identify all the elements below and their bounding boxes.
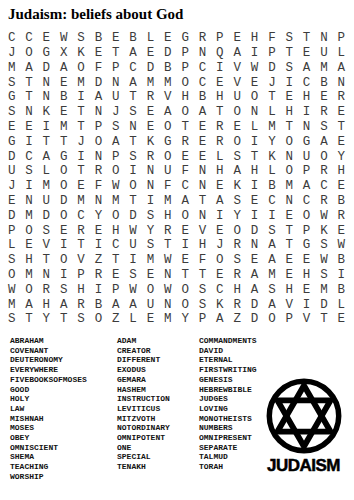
grid-cell-r2c3[interactable]: G — [38, 46, 55, 61]
grid-cell-r12c6[interactable]: N — [90, 194, 107, 209]
grid-cell-r13c1[interactable]: D — [3, 209, 20, 224]
grid-cell-r18c15[interactable]: A — [246, 283, 263, 298]
grid-cell-r7c11[interactable]: T — [177, 120, 194, 135]
grid-cell-r19c15[interactable]: D — [246, 297, 263, 312]
grid-cell-r12c20[interactable]: B — [333, 194, 350, 209]
grid-cell-r20c17[interactable]: P — [281, 312, 298, 327]
grid-cell-r8c3[interactable]: T — [38, 135, 55, 150]
grid-cell-r9c19[interactable]: O — [315, 149, 332, 164]
grid-cell-r5c15[interactable]: O — [246, 90, 263, 105]
grid-cell-r2c4[interactable]: X — [55, 46, 72, 61]
grid-cell-r5c4[interactable]: B — [55, 90, 72, 105]
grid-cell-r17c10[interactable]: N — [159, 268, 176, 283]
grid-cell-r20c9[interactable]: E — [142, 312, 159, 327]
grid-cell-r3c16[interactable]: D — [263, 61, 280, 76]
grid-cell-r3c1[interactable]: M — [3, 61, 20, 76]
grid-cell-r20c7[interactable]: Z — [107, 312, 124, 327]
grid-cell-r13c7[interactable]: O — [107, 209, 124, 224]
grid-cell-r15c13[interactable]: J — [211, 238, 228, 253]
grid-cell-r20c14[interactable]: Z — [229, 312, 246, 327]
grid-cell-r8c8[interactable]: T — [124, 135, 141, 150]
grid-cell-r20c2[interactable]: T — [20, 312, 37, 327]
grid-cell-r10c20[interactable]: H — [333, 164, 350, 179]
grid-cell-r16c11[interactable]: E — [177, 253, 194, 268]
grid-cell-r15c6[interactable]: I — [90, 238, 107, 253]
grid-cell-r1c4[interactable]: W — [55, 31, 72, 46]
grid-cell-r4c9[interactable]: M — [142, 75, 159, 90]
grid-cell-r13c17[interactable]: E — [281, 209, 298, 224]
grid-cell-r4c4[interactable]: E — [55, 75, 72, 90]
grid-cell-r3c14[interactable]: V — [229, 61, 246, 76]
grid-cell-r4c10[interactable]: M — [159, 75, 176, 90]
grid-cell-r1c11[interactable]: G — [177, 31, 194, 46]
grid-cell-r9c16[interactable]: K — [263, 149, 280, 164]
grid-cell-r6c2[interactable]: N — [20, 105, 37, 120]
grid-cell-r13c19[interactable]: W — [315, 209, 332, 224]
grid-cell-r16c19[interactable]: W — [315, 253, 332, 268]
grid-cell-r12c10[interactable]: M — [159, 194, 176, 209]
grid-cell-r10c8[interactable]: I — [124, 164, 141, 179]
grid-cell-r17c4[interactable]: I — [55, 268, 72, 283]
grid-cell-r15c11[interactable]: I — [177, 238, 194, 253]
grid-cell-r11c11[interactable]: C — [177, 179, 194, 194]
grid-cell-r13c2[interactable]: M — [20, 209, 37, 224]
grid-cell-r13c10[interactable]: H — [159, 209, 176, 224]
grid-cell-r9c8[interactable]: S — [124, 149, 141, 164]
grid-cell-r12c4[interactable]: D — [55, 194, 72, 209]
grid-cell-r1c14[interactable]: E — [229, 31, 246, 46]
grid-cell-r2c12[interactable]: N — [194, 46, 211, 61]
grid-cell-r17c13[interactable]: E — [211, 268, 228, 283]
grid-cell-r5c12[interactable]: B — [194, 90, 211, 105]
grid-cell-r14c19[interactable]: K — [315, 223, 332, 238]
grid-cell-r1c1[interactable]: C — [3, 31, 20, 46]
grid-cell-r16c5[interactable]: V — [72, 253, 89, 268]
grid-cell-r4c2[interactable]: T — [20, 75, 37, 90]
grid-cell-r1c7[interactable]: E — [107, 31, 124, 46]
grid-cell-r19c20[interactable]: L — [333, 297, 350, 312]
grid-cell-r15c9[interactable]: S — [142, 238, 159, 253]
grid-cell-r3c11[interactable]: P — [177, 61, 194, 76]
grid-cell-r18c20[interactable]: B — [333, 283, 350, 298]
grid-cell-r12c15[interactable]: E — [246, 194, 263, 209]
grid-cell-r17c20[interactable]: I — [333, 268, 350, 283]
grid-cell-r12c3[interactable]: U — [38, 194, 55, 209]
grid-cell-r8c4[interactable]: T — [55, 135, 72, 150]
grid-cell-r7c10[interactable]: O — [159, 120, 176, 135]
grid-cell-r17c17[interactable]: E — [281, 268, 298, 283]
grid-cell-r6c6[interactable]: N — [90, 105, 107, 120]
grid-cell-r7c17[interactable]: T — [281, 120, 298, 135]
grid-cell-r3c5[interactable]: O — [72, 61, 89, 76]
grid-cell-r10c10[interactable]: U — [159, 164, 176, 179]
grid-cell-r5c20[interactable]: R — [333, 90, 350, 105]
grid-cell-r5c10[interactable]: V — [159, 90, 176, 105]
grid-cell-r1c6[interactable]: B — [90, 31, 107, 46]
grid-cell-r17c14[interactable]: R — [229, 268, 246, 283]
grid-cell-r13c16[interactable]: I — [263, 209, 280, 224]
grid-cell-r1c5[interactable]: S — [72, 31, 89, 46]
grid-cell-r4c5[interactable]: M — [72, 75, 89, 90]
grid-cell-r2c9[interactable]: E — [142, 46, 159, 61]
grid-cell-r14c14[interactable]: O — [229, 223, 246, 238]
grid-cell-r16c3[interactable]: T — [38, 253, 55, 268]
grid-cell-r19c9[interactable]: U — [142, 297, 159, 312]
grid-cell-r13c4[interactable]: O — [55, 209, 72, 224]
grid-cell-r18c4[interactable]: S — [55, 283, 72, 298]
grid-cell-r18c16[interactable]: S — [263, 283, 280, 298]
grid-cell-r15c19[interactable]: S — [315, 238, 332, 253]
grid-cell-r19c5[interactable]: R — [72, 297, 89, 312]
grid-cell-r11c12[interactable]: N — [194, 179, 211, 194]
grid-cell-r10c19[interactable]: R — [315, 164, 332, 179]
grid-cell-r15c17[interactable]: T — [281, 238, 298, 253]
grid-cell-r15c10[interactable]: T — [159, 238, 176, 253]
grid-cell-r3c18[interactable]: A — [298, 61, 315, 76]
grid-cell-r6c16[interactable]: L — [263, 105, 280, 120]
grid-cell-r5c5[interactable]: I — [72, 90, 89, 105]
grid-cell-r16c13[interactable]: O — [211, 253, 228, 268]
grid-cell-r19c11[interactable]: O — [177, 297, 194, 312]
grid-cell-r15c18[interactable]: G — [298, 238, 315, 253]
grid-cell-r5c18[interactable]: H — [298, 90, 315, 105]
grid-cell-r18c5[interactable]: H — [72, 283, 89, 298]
grid-cell-r9c1[interactable]: D — [3, 149, 20, 164]
grid-cell-r7c19[interactable]: S — [315, 120, 332, 135]
grid-cell-r13c8[interactable]: D — [124, 209, 141, 224]
grid-cell-r10c3[interactable]: L — [38, 164, 55, 179]
grid-cell-r11c16[interactable]: B — [263, 179, 280, 194]
grid-cell-r4c12[interactable]: C — [194, 75, 211, 90]
grid-cell-r3c9[interactable]: D — [142, 61, 159, 76]
grid-cell-r3c13[interactable]: I — [211, 61, 228, 76]
grid-cell-r18c19[interactable]: M — [315, 283, 332, 298]
grid-cell-r13c11[interactable]: O — [177, 209, 194, 224]
grid-cell-r1c10[interactable]: E — [159, 31, 176, 46]
grid-cell-r4c15[interactable]: E — [246, 75, 263, 90]
grid-cell-r20c8[interactable]: L — [124, 312, 141, 327]
grid-cell-r6c9[interactable]: E — [142, 105, 159, 120]
grid-cell-r14c5[interactable]: R — [72, 223, 89, 238]
grid-cell-r15c4[interactable]: I — [55, 238, 72, 253]
grid-cell-r2c10[interactable]: D — [159, 46, 176, 61]
grid-cell-r17c9[interactable]: E — [142, 268, 159, 283]
grid-cell-r20c4[interactable]: T — [55, 312, 72, 327]
grid-cell-r14c11[interactable]: E — [177, 223, 194, 238]
grid-cell-r8c1[interactable]: G — [3, 135, 20, 150]
grid-cell-r5c16[interactable]: T — [263, 90, 280, 105]
grid-cell-r18c14[interactable]: H — [229, 283, 246, 298]
grid-cell-r17c2[interactable]: M — [20, 268, 37, 283]
grid-cell-r18c9[interactable]: O — [142, 283, 159, 298]
grid-cell-r14c12[interactable]: V — [194, 223, 211, 238]
grid-cell-r11c2[interactable]: I — [20, 179, 37, 194]
grid-cell-r12c19[interactable]: R — [315, 194, 332, 209]
grid-cell-r2c16[interactable]: P — [263, 46, 280, 61]
grid-cell-r5c9[interactable]: R — [142, 90, 159, 105]
grid-cell-r19c14[interactable]: R — [229, 297, 246, 312]
grid-cell-r8c14[interactable]: O — [229, 135, 246, 150]
grid-cell-r17c11[interactable]: T — [177, 268, 194, 283]
grid-cell-r4c7[interactable]: N — [107, 75, 124, 90]
grid-cell-r7c9[interactable]: E — [142, 120, 159, 135]
grid-cell-r12c16[interactable]: C — [263, 194, 280, 209]
grid-cell-r5c19[interactable]: E — [315, 90, 332, 105]
grid-cell-r7c1[interactable]: E — [3, 120, 20, 135]
grid-cell-r12c17[interactable]: N — [281, 194, 298, 209]
grid-cell-r1c12[interactable]: R — [194, 31, 211, 46]
grid-cell-r15c8[interactable]: U — [124, 238, 141, 253]
grid-cell-r13c3[interactable]: D — [38, 209, 55, 224]
grid-cell-r14c16[interactable]: S — [263, 223, 280, 238]
grid-cell-r11c7[interactable]: W — [107, 179, 124, 194]
grid-cell-r17c6[interactable]: R — [90, 268, 107, 283]
grid-cell-r16c2[interactable]: H — [20, 253, 37, 268]
grid-cell-r1c16[interactable]: F — [263, 31, 280, 46]
grid-cell-r3c3[interactable]: D — [38, 61, 55, 76]
grid-cell-r5c8[interactable]: T — [124, 90, 141, 105]
grid-cell-r15c20[interactable]: W — [333, 238, 350, 253]
grid-cell-r2c7[interactable]: T — [107, 46, 124, 61]
grid-cell-r8c12[interactable]: E — [194, 135, 211, 150]
grid-cell-r8c13[interactable]: R — [211, 135, 228, 150]
grid-cell-r18c3[interactable]: R — [38, 283, 55, 298]
grid-cell-r4c6[interactable]: D — [90, 75, 107, 90]
grid-cell-r8c10[interactable]: G — [159, 135, 176, 150]
grid-cell-r2c8[interactable]: A — [124, 46, 141, 61]
grid-cell-r6c4[interactable]: E — [55, 105, 72, 120]
grid-cell-r8c18[interactable]: G — [298, 135, 315, 150]
grid-cell-r14c20[interactable]: E — [333, 223, 350, 238]
grid-cell-r10c1[interactable]: U — [3, 164, 20, 179]
grid-cell-r9c15[interactable]: T — [246, 149, 263, 164]
grid-cell-r14c6[interactable]: E — [90, 223, 107, 238]
grid-cell-r11c6[interactable]: F — [90, 179, 107, 194]
grid-cell-r18c12[interactable]: S — [194, 283, 211, 298]
grid-cell-r17c5[interactable]: P — [72, 268, 89, 283]
grid-cell-r6c11[interactable]: O — [177, 105, 194, 120]
grid-cell-r3c19[interactable]: M — [315, 61, 332, 76]
grid-cell-r20c6[interactable]: O — [90, 312, 107, 327]
grid-cell-r7c4[interactable]: M — [55, 120, 72, 135]
grid-cell-r8c2[interactable]: I — [20, 135, 37, 150]
grid-cell-r1c9[interactable]: L — [142, 31, 159, 46]
grid-cell-r2c20[interactable]: L — [333, 46, 350, 61]
grid-cell-r12c7[interactable]: M — [107, 194, 124, 209]
grid-cell-r6c7[interactable]: J — [107, 105, 124, 120]
grid-cell-r18c8[interactable]: W — [124, 283, 141, 298]
grid-cell-r16c14[interactable]: S — [229, 253, 246, 268]
grid-cell-r8c20[interactable]: E — [333, 135, 350, 150]
grid-cell-r16c17[interactable]: E — [281, 253, 298, 268]
grid-cell-r12c14[interactable]: S — [229, 194, 246, 209]
grid-cell-r1c19[interactable]: N — [315, 31, 332, 46]
grid-cell-r17c8[interactable]: S — [124, 268, 141, 283]
grid-cell-r11c18[interactable]: A — [298, 179, 315, 194]
grid-cell-r19c10[interactable]: N — [159, 297, 176, 312]
grid-cell-r9c9[interactable]: R — [142, 149, 159, 164]
grid-cell-r13c13[interactable]: I — [211, 209, 228, 224]
grid-cell-r1c13[interactable]: P — [211, 31, 228, 46]
grid-cell-r10c2[interactable]: S — [20, 164, 37, 179]
grid-cell-r12c9[interactable]: I — [142, 194, 159, 209]
grid-cell-r2c13[interactable]: Q — [211, 46, 228, 61]
grid-cell-r9c17[interactable]: N — [281, 149, 298, 164]
grid-cell-r3c10[interactable]: B — [159, 61, 176, 76]
grid-cell-r15c16[interactable]: A — [263, 238, 280, 253]
grid-cell-r15c14[interactable]: R — [229, 238, 246, 253]
grid-cell-r16c20[interactable]: B — [333, 253, 350, 268]
grid-cell-r1c17[interactable]: S — [281, 31, 298, 46]
grid-cell-r1c3[interactable]: E — [38, 31, 55, 46]
grid-cell-r3c8[interactable]: C — [124, 61, 141, 76]
grid-cell-r5c2[interactable]: T — [20, 90, 37, 105]
grid-cell-r12c8[interactable]: T — [124, 194, 141, 209]
grid-cell-r9c4[interactable]: G — [55, 149, 72, 164]
grid-cell-r17c1[interactable]: O — [3, 268, 20, 283]
grid-cell-r6c18[interactable]: I — [298, 105, 315, 120]
grid-cell-r13c6[interactable]: Y — [90, 209, 107, 224]
grid-cell-r20c5[interactable]: S — [72, 312, 89, 327]
grid-cell-r9c11[interactable]: E — [177, 149, 194, 164]
grid-cell-r4c16[interactable]: J — [263, 75, 280, 90]
grid-cell-r7c6[interactable]: P — [90, 120, 107, 135]
grid-cell-r14c13[interactable]: E — [211, 223, 228, 238]
grid-cell-r10c13[interactable]: H — [211, 164, 228, 179]
grid-cell-r20c19[interactable]: T — [315, 312, 332, 327]
grid-cell-r9c5[interactable]: I — [72, 149, 89, 164]
grid-cell-r16c6[interactable]: Z — [90, 253, 107, 268]
grid-cell-r20c3[interactable]: Y — [38, 312, 55, 327]
grid-cell-r18c7[interactable]: P — [107, 283, 124, 298]
grid-cell-r11c10[interactable]: F — [159, 179, 176, 194]
grid-cell-r3c15[interactable]: W — [246, 61, 263, 76]
grid-cell-r2c6[interactable]: E — [90, 46, 107, 61]
grid-cell-r12c11[interactable]: A — [177, 194, 194, 209]
grid-cell-r16c4[interactable]: O — [55, 253, 72, 268]
grid-cell-r20c20[interactable]: E — [333, 312, 350, 327]
grid-cell-r9c13[interactable]: L — [211, 149, 228, 164]
grid-cell-r20c15[interactable]: D — [246, 312, 263, 327]
grid-cell-r7c8[interactable]: N — [124, 120, 141, 135]
grid-cell-r17c3[interactable]: N — [38, 268, 55, 283]
grid-cell-r14c15[interactable]: D — [246, 223, 263, 238]
grid-cell-r3c17[interactable]: S — [281, 61, 298, 76]
grid-cell-r17c7[interactable]: E — [107, 268, 124, 283]
grid-cell-r10c15[interactable]: H — [246, 164, 263, 179]
grid-cell-r10c14[interactable]: A — [229, 164, 246, 179]
grid-cell-r11c4[interactable]: O — [55, 179, 72, 194]
grid-cell-r3c2[interactable]: A — [20, 61, 37, 76]
grid-cell-r5c7[interactable]: U — [107, 90, 124, 105]
grid-cell-r16c15[interactable]: E — [246, 253, 263, 268]
grid-cell-r8c11[interactable]: R — [177, 135, 194, 150]
grid-cell-r7c16[interactable]: M — [263, 120, 280, 135]
grid-cell-r11c9[interactable]: N — [142, 179, 159, 194]
grid-cell-r11c19[interactable]: C — [315, 179, 332, 194]
grid-cell-r16c12[interactable]: F — [194, 253, 211, 268]
grid-cell-r6c5[interactable]: T — [72, 105, 89, 120]
grid-cell-r20c13[interactable]: A — [211, 312, 228, 327]
grid-cell-r17c19[interactable]: S — [315, 268, 332, 283]
grid-cell-r3c7[interactable]: P — [107, 61, 124, 76]
grid-cell-r16c10[interactable]: W — [159, 253, 176, 268]
grid-cell-r9c14[interactable]: S — [229, 149, 246, 164]
grid-cell-r14c3[interactable]: S — [38, 223, 55, 238]
grid-cell-r11c8[interactable]: O — [124, 179, 141, 194]
grid-cell-r12c2[interactable]: N — [20, 194, 37, 209]
grid-cell-r7c3[interactable]: I — [38, 120, 55, 135]
grid-cell-r18c10[interactable]: W — [159, 283, 176, 298]
grid-cell-r5c11[interactable]: H — [177, 90, 194, 105]
grid-cell-r10c9[interactable]: N — [142, 164, 159, 179]
grid-cell-r6c3[interactable]: K — [38, 105, 55, 120]
grid-cell-r12c5[interactable]: M — [72, 194, 89, 209]
grid-cell-r4c19[interactable]: B — [315, 75, 332, 90]
grid-cell-r8c16[interactable]: Y — [263, 135, 280, 150]
grid-cell-r13c14[interactable]: Y — [229, 209, 246, 224]
grid-cell-r14c7[interactable]: H — [107, 223, 124, 238]
grid-cell-r6c13[interactable]: T — [211, 105, 228, 120]
grid-cell-r12c18[interactable]: C — [298, 194, 315, 209]
grid-cell-r16c7[interactable]: T — [107, 253, 124, 268]
grid-cell-r2c11[interactable]: P — [177, 46, 194, 61]
grid-cell-r19c1[interactable]: M — [3, 297, 20, 312]
grid-cell-r7c20[interactable]: T — [333, 120, 350, 135]
grid-cell-r14c8[interactable]: W — [124, 223, 141, 238]
grid-cell-r11c3[interactable]: M — [38, 179, 55, 194]
grid-cell-r6c14[interactable]: O — [229, 105, 246, 120]
grid-cell-r4c1[interactable]: S — [3, 75, 20, 90]
grid-cell-r18c6[interactable]: I — [90, 283, 107, 298]
grid-cell-r9c18[interactable]: U — [298, 149, 315, 164]
grid-cell-r8c6[interactable]: O — [90, 135, 107, 150]
grid-cell-r14c4[interactable]: E — [55, 223, 72, 238]
grid-cell-r14c18[interactable]: P — [298, 223, 315, 238]
grid-cell-r19c6[interactable]: B — [90, 297, 107, 312]
grid-cell-r6c19[interactable]: R — [315, 105, 332, 120]
grid-cell-r10c7[interactable]: O — [107, 164, 124, 179]
grid-cell-r8c5[interactable]: J — [72, 135, 89, 150]
grid-cell-r12c13[interactable]: A — [211, 194, 228, 209]
grid-cell-r4c8[interactable]: A — [124, 75, 141, 90]
grid-cell-r7c13[interactable]: R — [211, 120, 228, 135]
grid-cell-r3c4[interactable]: A — [55, 61, 72, 76]
grid-cell-r8c9[interactable]: K — [142, 135, 159, 150]
grid-cell-r10c6[interactable]: R — [90, 164, 107, 179]
grid-cell-r18c18[interactable]: E — [298, 283, 315, 298]
grid-cell-r5c17[interactable]: E — [281, 90, 298, 105]
grid-cell-r12c12[interactable]: T — [194, 194, 211, 209]
grid-cell-r14c10[interactable]: R — [159, 223, 176, 238]
grid-cell-r9c6[interactable]: N — [90, 149, 107, 164]
grid-cell-r8c15[interactable]: I — [246, 135, 263, 150]
grid-cell-r19c4[interactable]: A — [55, 297, 72, 312]
grid-cell-r10c5[interactable]: T — [72, 164, 89, 179]
grid-cell-r6c17[interactable]: H — [281, 105, 298, 120]
grid-cell-r7c12[interactable]: E — [194, 120, 211, 135]
grid-cell-r19c13[interactable]: K — [211, 297, 228, 312]
grid-cell-r9c12[interactable]: E — [194, 149, 211, 164]
grid-cell-r13c12[interactable]: N — [194, 209, 211, 224]
grid-cell-r19c8[interactable]: A — [124, 297, 141, 312]
grid-cell-r6c10[interactable]: A — [159, 105, 176, 120]
grid-cell-r6c1[interactable]: S — [3, 105, 20, 120]
grid-cell-r7c18[interactable]: N — [298, 120, 315, 135]
grid-cell-r17c15[interactable]: A — [246, 268, 263, 283]
grid-cell-r11c1[interactable]: J — [3, 179, 20, 194]
grid-cell-r11c15[interactable]: I — [246, 179, 263, 194]
